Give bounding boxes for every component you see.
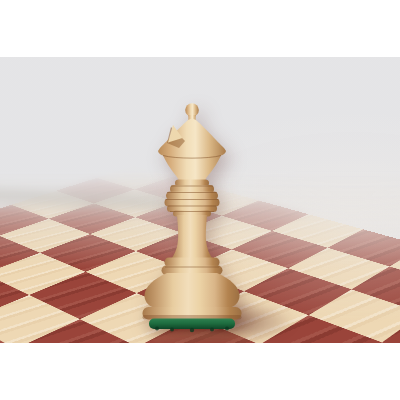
photo-frame — [0, 57, 400, 343]
bishop-felt-pad — [149, 319, 235, 333]
bishop-base — [143, 258, 242, 320]
bishop-collar-rings — [165, 180, 220, 217]
product-photo-page — [0, 0, 400, 400]
white-bishop-svg — [137, 101, 247, 341]
white-bishop-piece — [137, 101, 247, 341]
bishop-mitre — [158, 119, 226, 180]
bishop-stem — [171, 215, 213, 260]
